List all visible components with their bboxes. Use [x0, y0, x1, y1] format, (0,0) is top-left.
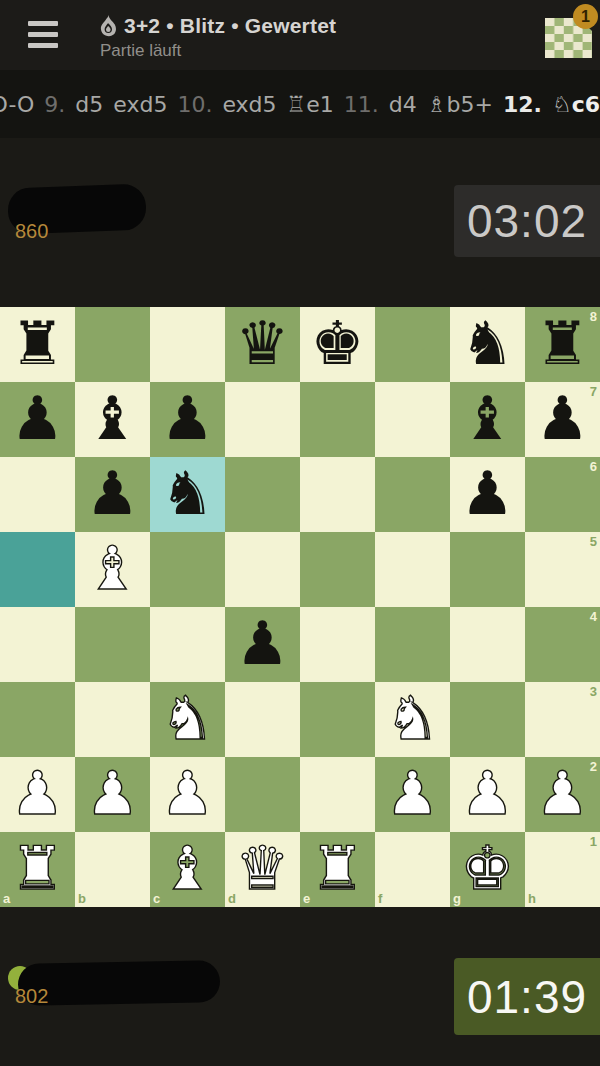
file-label-f: f [378, 892, 382, 905]
rank-label-4: 4 [590, 610, 597, 623]
move-token: d4 [389, 92, 417, 117]
menu-icon[interactable] [28, 21, 58, 48]
move-token: ♘c6 [552, 92, 600, 117]
file-label-a: a [3, 892, 10, 905]
game-title: 3+2 • Blitz • Gewertet [124, 14, 336, 38]
square-d8[interactable]: ♛ [225, 307, 300, 382]
square-e7[interactable] [300, 382, 375, 457]
file-label-e: e [303, 892, 310, 905]
square-g2[interactable]: ♟ [450, 757, 525, 832]
square-f6[interactable] [375, 457, 450, 532]
piece-black-bishop: ♝ [450, 382, 525, 457]
opponent-clock: 03:02 [454, 185, 600, 257]
piece-black-pawn: ♟ [150, 382, 225, 457]
square-f1[interactable]: f [375, 832, 450, 907]
piece-white-bishop: ♝ [150, 832, 225, 907]
file-label-g: g [453, 892, 461, 905]
rank-label-3: 3 [590, 685, 597, 698]
square-h8[interactable]: ♜8 [525, 307, 600, 382]
square-e5[interactable] [300, 532, 375, 607]
rank-label-8: 8 [590, 310, 597, 323]
piece-white-pawn: ♟ [525, 757, 600, 832]
square-h5[interactable]: 5 [525, 532, 600, 607]
piece-white-pawn: ♟ [375, 757, 450, 832]
square-h7[interactable]: ♟7 [525, 382, 600, 457]
game-status: Partie läuft [100, 41, 336, 61]
piece-white-pawn: ♟ [450, 757, 525, 832]
file-label-d: d [228, 892, 236, 905]
square-c6[interactable]: ♞ [150, 457, 225, 532]
opponent-rating: 860 [15, 220, 48, 243]
square-f2[interactable]: ♟ [375, 757, 450, 832]
square-a3[interactable] [0, 682, 75, 757]
square-f3[interactable]: ♞ [375, 682, 450, 757]
square-h4[interactable]: 4 [525, 607, 600, 682]
square-h2[interactable]: ♟2 [525, 757, 600, 832]
square-g5[interactable] [450, 532, 525, 607]
square-b7[interactable]: ♝ [75, 382, 150, 457]
move-token: ♗b5+ [427, 92, 493, 117]
move-number: 10. [177, 92, 212, 117]
piece-black-rook: ♜ [525, 307, 600, 382]
square-h1[interactable]: 1h [525, 832, 600, 907]
player-rating: 802 [15, 985, 48, 1008]
player-clock: 01:39 [454, 958, 600, 1035]
square-c5[interactable] [150, 532, 225, 607]
square-c7[interactable]: ♟ [150, 382, 225, 457]
square-a8[interactable]: ♜ [0, 307, 75, 382]
move-number: 11. [344, 92, 379, 117]
file-label-b: b [78, 892, 86, 905]
square-d6[interactable] [225, 457, 300, 532]
notification-badge: 1 [573, 4, 598, 29]
square-d7[interactable] [225, 382, 300, 457]
piece-white-pawn: ♟ [150, 757, 225, 832]
file-label-c: c [153, 892, 160, 905]
piece-white-knight: ♞ [150, 682, 225, 757]
square-g6[interactable]: ♟ [450, 457, 525, 532]
piece-white-pawn: ♟ [75, 757, 150, 832]
square-c1[interactable]: ♝c [150, 832, 225, 907]
square-a6[interactable] [0, 457, 75, 532]
square-b6[interactable]: ♟ [75, 457, 150, 532]
square-h3[interactable]: 3 [525, 682, 600, 757]
file-label-h: h [528, 892, 536, 905]
square-b4[interactable] [75, 607, 150, 682]
piece-black-bishop: ♝ [75, 382, 150, 457]
square-g7[interactable]: ♝ [450, 382, 525, 457]
square-c3[interactable]: ♞ [150, 682, 225, 757]
square-g3[interactable] [450, 682, 525, 757]
piece-black-pawn: ♟ [75, 457, 150, 532]
piece-black-pawn: ♟ [450, 457, 525, 532]
rank-label-1: 1 [590, 835, 597, 848]
piece-black-knight: ♞ [150, 457, 225, 532]
square-d1[interactable]: ♛d [225, 832, 300, 907]
move-number: 9. [44, 92, 65, 117]
game-header: 3+2 • Blitz • Gewertet Partie läuft [100, 14, 336, 61]
move-number: 12. [503, 92, 542, 117]
piece-black-queen: ♛ [225, 307, 300, 382]
chess-board: ♜♛♚♞♜8♟♝♟♝♟7♟♞♟6♝5♟4♞♞3♟♟♟♟♟♟2♜ab♝c♛d♜ef… [0, 307, 600, 907]
square-d3[interactable] [225, 682, 300, 757]
square-g8[interactable]: ♞ [450, 307, 525, 382]
square-e3[interactable] [300, 682, 375, 757]
blitz-flame-icon [100, 15, 117, 37]
move-token: ♖e1 [287, 92, 334, 117]
square-e2[interactable] [300, 757, 375, 832]
square-a7[interactable]: ♟ [0, 382, 75, 457]
piece-black-rook: ♜ [0, 307, 75, 382]
square-e6[interactable] [300, 457, 375, 532]
square-c4[interactable] [150, 607, 225, 682]
square-f8[interactable] [375, 307, 450, 382]
move-token: d5 [75, 92, 103, 117]
square-a4[interactable] [0, 607, 75, 682]
square-f5[interactable] [375, 532, 450, 607]
rank-label-2: 2 [590, 760, 597, 773]
rank-label-5: 5 [590, 535, 597, 548]
move-token: exd5 [113, 92, 167, 117]
piece-white-knight: ♞ [375, 682, 450, 757]
piece-white-king: ♚ [450, 832, 525, 907]
piece-white-queen: ♛ [225, 832, 300, 907]
rank-label-7: 7 [590, 385, 597, 398]
square-c8[interactable] [150, 307, 225, 382]
player-panel: 802 01:39 [0, 907, 600, 1066]
square-b5[interactable]: ♝ [75, 532, 150, 607]
rank-label-6: 6 [590, 460, 597, 473]
piece-white-rook: ♜ [0, 832, 75, 907]
square-b3[interactable] [75, 682, 150, 757]
move-token: O-O [0, 92, 34, 117]
square-e8[interactable]: ♚ [300, 307, 375, 382]
opponent-panel: 860 03:02 [0, 138, 600, 307]
square-b2[interactable]: ♟ [75, 757, 150, 832]
square-h6[interactable]: 6 [525, 457, 600, 532]
piece-white-bishop: ♝ [75, 532, 150, 607]
square-b8[interactable] [75, 307, 150, 382]
square-d5[interactable] [225, 532, 300, 607]
piece-white-pawn: ♟ [0, 757, 75, 832]
square-a5[interactable] [0, 532, 75, 607]
piece-black-pawn: ♟ [225, 607, 300, 682]
move-token: exd5 [222, 92, 276, 117]
square-a2[interactable]: ♟ [0, 757, 75, 832]
square-c2[interactable]: ♟ [150, 757, 225, 832]
top-app-bar: 3+2 • Blitz • Gewertet Partie läuft 1 [0, 0, 600, 70]
square-e1[interactable]: ♜e [300, 832, 375, 907]
square-f4[interactable] [375, 607, 450, 682]
square-d4[interactable]: ♟ [225, 607, 300, 682]
square-b1[interactable]: b [75, 832, 150, 907]
square-d2[interactable] [225, 757, 300, 832]
piece-black-knight: ♞ [450, 307, 525, 382]
piece-white-rook: ♜ [300, 832, 375, 907]
piece-black-king: ♚ [300, 307, 375, 382]
square-g1[interactable]: ♚g [450, 832, 525, 907]
piece-black-pawn: ♟ [0, 382, 75, 457]
piece-black-pawn: ♟ [525, 382, 600, 457]
square-g4[interactable] [450, 607, 525, 682]
square-a1[interactable]: ♜a [0, 832, 75, 907]
move-list[interactable]: xe68.fxe6O-O9.d5exd510.exd5♖e111.d4♗b5+1… [0, 70, 600, 138]
square-e4[interactable] [300, 607, 375, 682]
app-screen: 3+2 • Blitz • Gewertet Partie läuft 1 xe… [0, 0, 600, 1066]
square-f7[interactable] [375, 382, 450, 457]
